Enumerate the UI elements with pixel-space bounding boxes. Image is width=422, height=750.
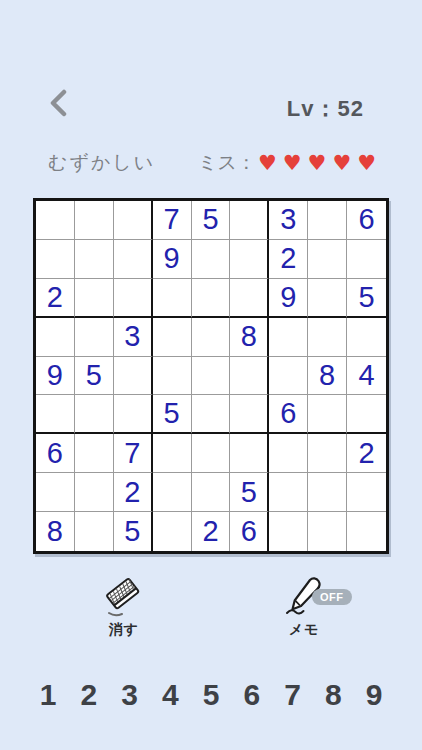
cell-r2c3[interactable] [114, 240, 153, 279]
cell-r9c8[interactable] [308, 512, 347, 551]
cell-r7c3[interactable]: 7 [114, 434, 153, 473]
hearts-row: ♥♥♥♥♥ [258, 153, 382, 174]
cell-r7c4[interactable] [153, 434, 192, 473]
cell-r5c9[interactable]: 4 [347, 357, 386, 396]
numpad-6[interactable]: 6 [236, 678, 268, 712]
cell-r3c4[interactable] [153, 279, 192, 318]
cell-r5c8[interactable]: 8 [308, 357, 347, 396]
cell-r3c2[interactable] [75, 279, 114, 318]
cell-r7c2[interactable] [75, 434, 114, 473]
cell-r6c2[interactable] [75, 395, 114, 434]
cell-r6c5[interactable] [192, 395, 231, 434]
memo-label: メモ [289, 621, 320, 639]
cell-r2c9[interactable] [347, 240, 386, 279]
heart-icon: ♥ [308, 153, 327, 174]
cell-r1c4[interactable]: 7 [153, 201, 192, 240]
cell-r1c2[interactable] [75, 201, 114, 240]
cell-r8c5[interactable] [192, 473, 231, 512]
cell-r4c7[interactable] [269, 318, 308, 357]
cell-r9c2[interactable] [75, 512, 114, 551]
cell-r6c1[interactable] [36, 395, 75, 434]
cell-r1c6[interactable] [230, 201, 269, 240]
heart-icon: ♥ [357, 153, 376, 174]
number-pad: 1 2 3 4 5 6 7 8 9 [0, 678, 422, 712]
cell-r9c9[interactable] [347, 512, 386, 551]
cell-r9c6[interactable]: 6 [230, 512, 269, 551]
mistakes-label: ミス： [198, 150, 256, 176]
cell-r6c6[interactable] [230, 395, 269, 434]
level-label: Lv：52 [287, 94, 364, 124]
cell-r5c3[interactable] [114, 357, 153, 396]
back-button[interactable] [44, 88, 74, 120]
cell-r8c9[interactable] [347, 473, 386, 512]
cell-r1c9[interactable]: 6 [347, 201, 386, 240]
cell-r4c5[interactable] [192, 318, 231, 357]
cell-r5c1[interactable]: 9 [36, 357, 75, 396]
chevron-left-icon [47, 89, 71, 120]
numpad-8[interactable]: 8 [317, 678, 349, 712]
cell-r8c2[interactable] [75, 473, 114, 512]
cell-r7c8[interactable] [308, 434, 347, 473]
cell-r6c8[interactable] [308, 395, 347, 434]
cell-r4c8[interactable] [308, 318, 347, 357]
cell-r9c5[interactable]: 2 [192, 512, 231, 551]
cell-r7c1[interactable]: 6 [36, 434, 75, 473]
sudoku-board: 75369229538958456672258526 [33, 198, 389, 554]
cell-r2c5[interactable] [192, 240, 231, 279]
cell-r8c3[interactable]: 2 [114, 473, 153, 512]
cell-r8c8[interactable] [308, 473, 347, 512]
memo-off-badge: OFF [312, 589, 352, 605]
cell-r5c7[interactable] [269, 357, 308, 396]
heart-icon: ♥ [283, 153, 302, 174]
cell-r2c6[interactable] [230, 240, 269, 279]
cell-r2c8[interactable] [308, 240, 347, 279]
cell-r1c1[interactable] [36, 201, 75, 240]
cell-r3c6[interactable] [230, 279, 269, 318]
cell-r4c6[interactable]: 8 [230, 318, 269, 357]
erase-label: 消す [109, 621, 139, 639]
numpad-9[interactable]: 9 [358, 678, 390, 712]
cell-r8c4[interactable] [153, 473, 192, 512]
cell-r7c5[interactable] [192, 434, 231, 473]
sudoku-screen: Lv：52 むずかしい ミス： ♥♥♥♥♥ 753692295389584566… [0, 0, 422, 750]
cell-r5c5[interactable] [192, 357, 231, 396]
eraser-icon [104, 576, 144, 618]
cell-r5c4[interactable] [153, 357, 192, 396]
cell-r8c1[interactable] [36, 473, 75, 512]
cell-r4c2[interactable] [75, 318, 114, 357]
cell-r1c3[interactable] [114, 201, 153, 240]
cell-r4c3[interactable]: 3 [114, 318, 153, 357]
cell-r7c6[interactable] [230, 434, 269, 473]
numpad-7[interactable]: 7 [277, 678, 309, 712]
cell-r9c1[interactable]: 8 [36, 512, 75, 551]
cell-r1c7[interactable]: 3 [269, 201, 308, 240]
numpad-1[interactable]: 1 [32, 678, 64, 712]
cell-r7c7[interactable] [269, 434, 308, 473]
cell-r7c9[interactable]: 2 [347, 434, 386, 473]
cell-r1c8[interactable] [308, 201, 347, 240]
heart-icon: ♥ [258, 153, 277, 174]
cell-r4c4[interactable] [153, 318, 192, 357]
cell-r3c7[interactable]: 9 [269, 279, 308, 318]
cell-r9c7[interactable] [269, 512, 308, 551]
cell-r5c2[interactable]: 5 [75, 357, 114, 396]
memo-button[interactable]: OFF メモ [274, 576, 334, 639]
cell-r3c1[interactable]: 2 [36, 279, 75, 318]
cell-r9c4[interactable] [153, 512, 192, 551]
cell-r3c3[interactable] [114, 279, 153, 318]
cell-r2c4[interactable]: 9 [153, 240, 192, 279]
cell-r4c1[interactable] [36, 318, 75, 357]
numpad-4[interactable]: 4 [154, 678, 186, 712]
cell-r4c9[interactable] [347, 318, 386, 357]
cell-r6c3[interactable] [114, 395, 153, 434]
pen-icon: OFF [284, 576, 324, 618]
cell-r6c4[interactable]: 5 [153, 395, 192, 434]
erase-button[interactable]: 消す [94, 576, 154, 639]
cell-r9c3[interactable]: 5 [114, 512, 153, 551]
cell-r8c6[interactable]: 5 [230, 473, 269, 512]
difficulty-label: むずかしい [48, 150, 155, 176]
cell-r2c1[interactable] [36, 240, 75, 279]
heart-icon: ♥ [332, 153, 351, 174]
cell-r5c6[interactable] [230, 357, 269, 396]
cell-r2c2[interactable] [75, 240, 114, 279]
cell-r3c8[interactable] [308, 279, 347, 318]
cell-r6c9[interactable] [347, 395, 386, 434]
numpad-5[interactable]: 5 [195, 678, 227, 712]
cell-r3c5[interactable] [192, 279, 231, 318]
numpad-2[interactable]: 2 [73, 678, 105, 712]
cell-r2c7[interactable]: 2 [269, 240, 308, 279]
numpad-3[interactable]: 3 [114, 678, 146, 712]
cell-r3c9[interactable]: 5 [347, 279, 386, 318]
mistakes-area: ミス： ♥♥♥♥♥ [198, 150, 382, 176]
cell-r1c5[interactable]: 5 [192, 201, 231, 240]
cell-r6c7[interactable]: 6 [269, 395, 308, 434]
cell-r8c7[interactable] [269, 473, 308, 512]
